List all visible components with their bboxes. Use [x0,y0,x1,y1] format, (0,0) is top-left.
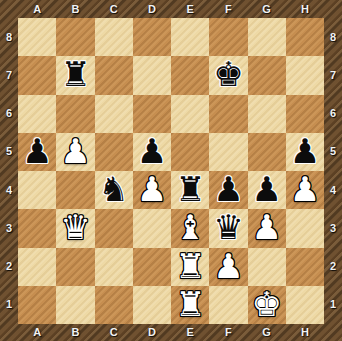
square-e2[interactable]: ♜ [171,248,209,286]
square-f7[interactable]: ♚ [209,56,247,94]
file-labels-bottom: ABCDEFGH [18,323,324,341]
rank-label-6: 6 [0,94,18,132]
square-f3[interactable]: ♛ [209,209,247,247]
square-b8[interactable] [56,18,94,56]
square-h3[interactable] [286,209,324,247]
piece-black-rook-b7[interactable]: ♜ [60,57,90,91]
piece-black-pawn-g4[interactable]: ♟ [251,172,281,206]
piece-white-bishop-e3[interactable]: ♝ [175,210,205,244]
square-h1[interactable] [286,286,324,324]
piece-white-pawn-g3[interactable]: ♟ [251,210,281,244]
rank-labels-left: 87654321 [0,18,18,323]
rank-label-2: 2 [324,247,342,285]
square-c7[interactable] [95,56,133,94]
file-label-g: G [248,323,286,341]
rank-label-1: 1 [0,285,18,323]
square-c8[interactable] [95,18,133,56]
square-f5[interactable] [209,133,247,171]
square-a6[interactable] [18,95,56,133]
square-e3[interactable]: ♝ [171,209,209,247]
square-e5[interactable] [171,133,209,171]
rank-label-5: 5 [324,132,342,170]
piece-black-knight-c4[interactable]: ♞ [98,172,128,206]
square-a4[interactable] [18,171,56,209]
file-labels-top: ABCDEFGH [18,0,324,18]
rank-label-4: 4 [324,171,342,209]
square-h4[interactable]: ♟ [286,171,324,209]
file-label-e: E [171,323,209,341]
rank-label-7: 7 [0,56,18,94]
file-label-a: A [18,0,56,18]
square-a5[interactable]: ♟ [18,133,56,171]
square-e7[interactable] [171,56,209,94]
square-g6[interactable] [248,95,286,133]
square-a2[interactable] [18,248,56,286]
square-d7[interactable] [133,56,171,94]
square-b1[interactable] [56,286,94,324]
square-g2[interactable] [248,248,286,286]
square-d8[interactable] [133,18,171,56]
piece-white-queen-b3[interactable]: ♛ [60,210,90,244]
square-f1[interactable] [209,286,247,324]
square-a3[interactable] [18,209,56,247]
square-a1[interactable] [18,286,56,324]
square-f6[interactable] [209,95,247,133]
piece-white-pawn-b5[interactable]: ♟ [60,134,90,168]
square-a7[interactable] [18,56,56,94]
square-g7[interactable] [248,56,286,94]
square-h7[interactable] [286,56,324,94]
square-e6[interactable] [171,95,209,133]
rank-label-3: 3 [324,209,342,247]
square-e1[interactable]: ♜ [171,286,209,324]
square-b5[interactable]: ♟ [56,133,94,171]
square-d3[interactable] [133,209,171,247]
square-a8[interactable] [18,18,56,56]
square-d6[interactable] [133,95,171,133]
square-g1[interactable]: ♚ [248,286,286,324]
rank-label-2: 2 [0,247,18,285]
piece-black-pawn-h5[interactable]: ♟ [290,134,320,168]
file-label-e: E [171,0,209,18]
rank-label-6: 6 [324,94,342,132]
file-label-f: F [209,0,247,18]
square-c1[interactable] [95,286,133,324]
square-c2[interactable] [95,248,133,286]
piece-black-pawn-f4[interactable]: ♟ [213,172,243,206]
rank-labels-right: 87654321 [324,18,342,323]
file-label-c: C [95,0,133,18]
rank-label-8: 8 [0,18,18,56]
piece-black-king-f7[interactable]: ♚ [213,57,243,91]
square-d2[interactable] [133,248,171,286]
rank-label-7: 7 [324,56,342,94]
piece-white-pawn-h4[interactable]: ♟ [290,172,320,206]
square-g4[interactable]: ♟ [248,171,286,209]
piece-white-king-g1[interactable]: ♚ [251,287,281,321]
square-f8[interactable] [209,18,247,56]
file-label-a: A [18,323,56,341]
file-label-b: B [56,0,94,18]
piece-white-pawn-f2[interactable]: ♟ [213,249,243,283]
file-label-f: F [209,323,247,341]
piece-black-pawn-a5[interactable]: ♟ [22,134,52,168]
piece-black-rook-e4[interactable]: ♜ [175,172,205,206]
square-e8[interactable] [171,18,209,56]
file-label-c: C [95,323,133,341]
rank-label-5: 5 [0,132,18,170]
square-b3[interactable]: ♛ [56,209,94,247]
square-b4[interactable] [56,171,94,209]
square-g5[interactable] [248,133,286,171]
square-c6[interactable] [95,95,133,133]
piece-white-rook-e1[interactable]: ♜ [175,287,205,321]
file-label-d: D [133,0,171,18]
file-label-b: B [56,323,94,341]
piece-black-queen-f3[interactable]: ♛ [213,210,243,244]
piece-black-pawn-d5[interactable]: ♟ [137,134,167,168]
chess-board: ♜♚♟♟♟♟♞♟♜♟♟♟♛♝♛♟♜♟♜♚ [18,18,324,324]
rank-label-3: 3 [0,209,18,247]
square-b7[interactable]: ♜ [56,56,94,94]
square-d1[interactable] [133,286,171,324]
file-label-d: D [133,323,171,341]
square-d5[interactable]: ♟ [133,133,171,171]
rank-label-8: 8 [324,18,342,56]
square-h5[interactable]: ♟ [286,133,324,171]
square-e4[interactable]: ♜ [171,171,209,209]
square-c4[interactable]: ♞ [95,171,133,209]
rank-label-1: 1 [324,285,342,323]
square-h6[interactable] [286,95,324,133]
square-d4[interactable]: ♟ [133,171,171,209]
file-label-h: H [286,0,324,18]
square-b2[interactable] [56,248,94,286]
square-g8[interactable] [248,18,286,56]
file-label-g: G [248,0,286,18]
square-h8[interactable] [286,18,324,56]
square-c3[interactable] [95,209,133,247]
rank-label-4: 4 [0,171,18,209]
piece-white-pawn-d4[interactable]: ♟ [137,172,167,206]
file-label-h: H [286,323,324,341]
square-f4[interactable]: ♟ [209,171,247,209]
chess-board-frame: ABCDEFGH 87654321 ♜♚♟♟♟♟♞♟♜♟♟♟♛♝♛♟♜♟♜♚ 8… [0,0,342,341]
square-g3[interactable]: ♟ [248,209,286,247]
square-b6[interactable] [56,95,94,133]
square-h2[interactable] [286,248,324,286]
square-f2[interactable]: ♟ [209,248,247,286]
square-c5[interactable] [95,133,133,171]
piece-white-rook-e2[interactable]: ♜ [175,249,205,283]
